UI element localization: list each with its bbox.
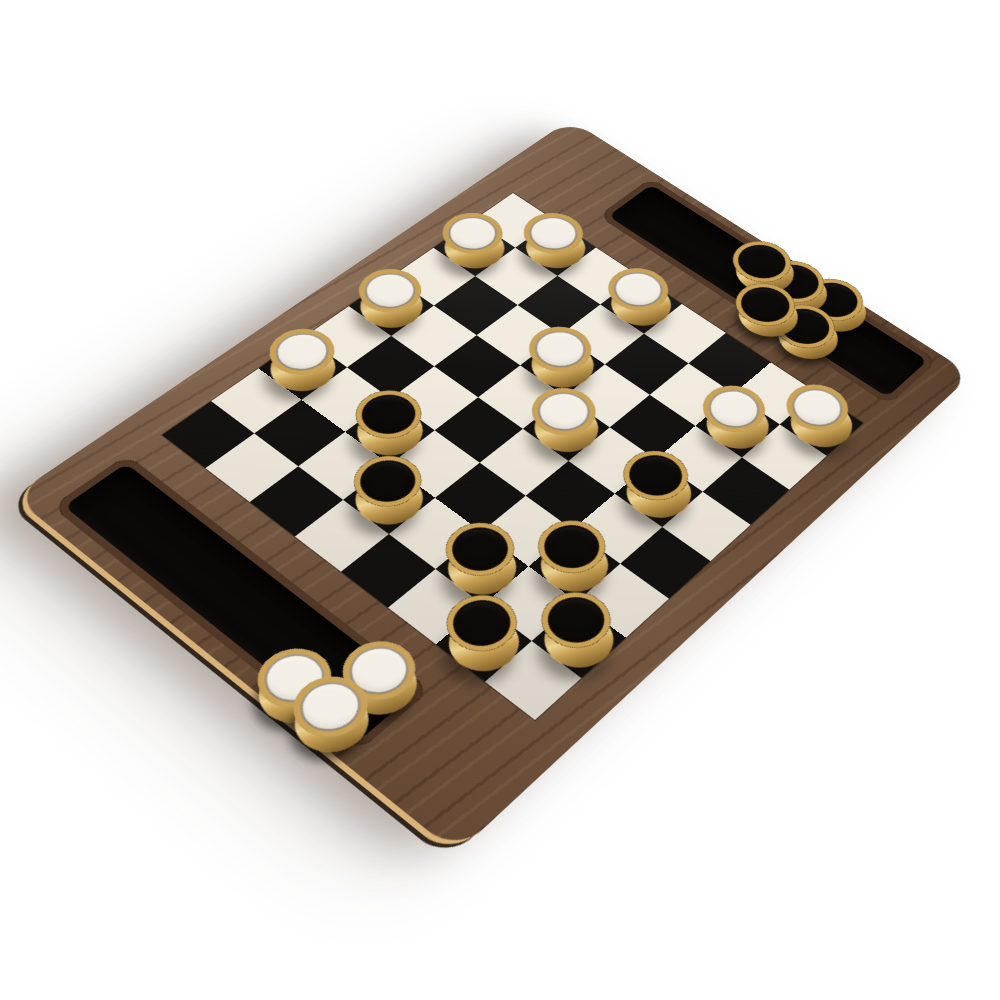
product-photo-scene xyxy=(0,0,1000,1000)
wooden-board xyxy=(13,120,972,854)
board-plane xyxy=(162,193,863,720)
